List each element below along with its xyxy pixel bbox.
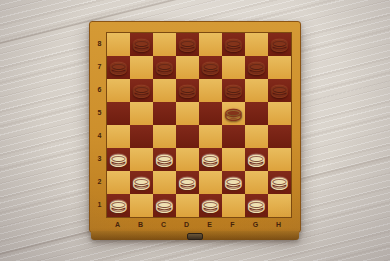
- rank-label-2: 2: [94, 170, 105, 193]
- square-d4[interactable]: [176, 125, 199, 148]
- rank-label-3: 3: [94, 147, 105, 170]
- light-man-c3[interactable]: ⛂: [155, 148, 173, 171]
- dark-man-g7[interactable]: ⛂: [247, 56, 265, 79]
- square-a2[interactable]: [107, 171, 130, 194]
- square-d5[interactable]: [176, 102, 199, 125]
- square-h8[interactable]: ⛂: [268, 33, 291, 56]
- square-f5[interactable]: ⛂: [222, 102, 245, 125]
- square-g3[interactable]: ⛂: [245, 148, 268, 171]
- light-man-b2[interactable]: ⛂: [132, 171, 150, 194]
- light-man-c1[interactable]: ⛂: [155, 194, 173, 217]
- square-d6[interactable]: ⛂: [176, 79, 199, 102]
- square-g2[interactable]: [245, 171, 268, 194]
- square-c1[interactable]: ⛂: [153, 194, 176, 217]
- dark-man-b6[interactable]: ⛂: [132, 79, 150, 102]
- square-f3[interactable]: [222, 148, 245, 171]
- square-c8[interactable]: [153, 33, 176, 56]
- square-e1[interactable]: ⛂: [199, 194, 222, 217]
- rank-label-5: 5: [94, 101, 105, 124]
- square-b3[interactable]: [130, 148, 153, 171]
- square-e8[interactable]: [199, 33, 222, 56]
- square-a4[interactable]: [107, 125, 130, 148]
- file-label-h: H: [267, 219, 290, 230]
- dark-man-c7[interactable]: ⛂: [155, 56, 173, 79]
- square-b7[interactable]: [130, 56, 153, 79]
- square-f4[interactable]: [222, 125, 245, 148]
- square-a8[interactable]: [107, 33, 130, 56]
- dark-man-f8[interactable]: ⛂: [224, 33, 242, 56]
- square-a7[interactable]: ⛂: [107, 56, 130, 79]
- square-g8[interactable]: [245, 33, 268, 56]
- light-man-g1[interactable]: ⛂: [247, 194, 265, 217]
- square-e3[interactable]: ⛂: [199, 148, 222, 171]
- file-label-c: C: [152, 219, 175, 230]
- board-grid: ⛂⛂⛂⛂⛂⛂⛂⛂⛂⛂⛂⛂⛂⛂⛂⛂⛂⛂⛂⛂⛂⛂⛂⛂⛂: [106, 32, 292, 218]
- square-e4[interactable]: [199, 125, 222, 148]
- file-label-e: E: [198, 219, 221, 230]
- rank-label-6: 6: [94, 78, 105, 101]
- square-f8[interactable]: ⛂: [222, 33, 245, 56]
- square-d7[interactable]: [176, 56, 199, 79]
- rank-label-7: 7: [94, 55, 105, 78]
- square-a5[interactable]: [107, 102, 130, 125]
- rank-label-1: 1: [94, 193, 105, 216]
- dark-man-a7[interactable]: ⛂: [109, 56, 127, 79]
- light-man-d2[interactable]: ⛂: [178, 171, 196, 194]
- rank-labels: 87654321: [94, 32, 105, 216]
- square-e7[interactable]: ⛂: [199, 56, 222, 79]
- dark-man-h8[interactable]: ⛂: [270, 33, 288, 56]
- square-h1[interactable]: [268, 194, 291, 217]
- square-c4[interactable]: [153, 125, 176, 148]
- square-h2[interactable]: ⛂: [268, 171, 291, 194]
- light-man-f2[interactable]: ⛂: [224, 171, 242, 194]
- dark-man-b8[interactable]: ⛂: [132, 33, 150, 56]
- rank-label-8: 8: [94, 32, 105, 55]
- file-label-a: A: [106, 219, 129, 230]
- file-label-g: G: [244, 219, 267, 230]
- square-g5[interactable]: [245, 102, 268, 125]
- square-f6[interactable]: ⛂: [222, 79, 245, 102]
- square-b2[interactable]: ⛂: [130, 171, 153, 194]
- file-label-f: F: [221, 219, 244, 230]
- square-g1[interactable]: ⛂: [245, 194, 268, 217]
- square-f1[interactable]: [222, 194, 245, 217]
- square-b1[interactable]: [130, 194, 153, 217]
- square-b4[interactable]: [130, 125, 153, 148]
- square-a6[interactable]: [107, 79, 130, 102]
- board-box-side: [91, 231, 299, 240]
- light-man-h2[interactable]: ⛂: [270, 171, 288, 194]
- square-d3[interactable]: [176, 148, 199, 171]
- square-h4[interactable]: [268, 125, 291, 148]
- file-label-d: D: [175, 219, 198, 230]
- square-c5[interactable]: [153, 102, 176, 125]
- file-labels: ABCDEFGH: [106, 219, 290, 230]
- square-g4[interactable]: [245, 125, 268, 148]
- square-d2[interactable]: ⛂: [176, 171, 199, 194]
- square-b6[interactable]: ⛂: [130, 79, 153, 102]
- checkers-board: 87654321 ABCDEFGH ⛂⛂⛂⛂⛂⛂⛂⛂⛂⛂⛂⛂⛂⛂⛂⛂⛂⛂⛂⛂⛂⛂…: [89, 21, 301, 233]
- clasp-latch: [187, 233, 203, 240]
- square-b5[interactable]: [130, 102, 153, 125]
- rank-label-4: 4: [94, 124, 105, 147]
- square-a1[interactable]: ⛂: [107, 194, 130, 217]
- square-h6[interactable]: ⛂: [268, 79, 291, 102]
- square-d8[interactable]: ⛂: [176, 33, 199, 56]
- dark-man-f5[interactable]: ⛂: [224, 102, 242, 125]
- light-man-a1[interactable]: ⛂: [109, 194, 127, 217]
- square-d1[interactable]: [176, 194, 199, 217]
- square-c3[interactable]: ⛂: [153, 148, 176, 171]
- square-b8[interactable]: ⛂: [130, 33, 153, 56]
- light-man-a3[interactable]: ⛂: [109, 148, 127, 171]
- square-e2[interactable]: [199, 171, 222, 194]
- square-g7[interactable]: ⛂: [245, 56, 268, 79]
- square-e6[interactable]: [199, 79, 222, 102]
- square-g6[interactable]: [245, 79, 268, 102]
- light-man-g3[interactable]: ⛂: [247, 148, 265, 171]
- scene: 87654321 ABCDEFGH ⛂⛂⛂⛂⛂⛂⛂⛂⛂⛂⛂⛂⛂⛂⛂⛂⛂⛂⛂⛂⛂⛂…: [0, 0, 390, 261]
- file-label-b: B: [129, 219, 152, 230]
- light-man-e3[interactable]: ⛂: [201, 148, 219, 171]
- square-h5[interactable]: [268, 102, 291, 125]
- square-h3[interactable]: [268, 148, 291, 171]
- square-f2[interactable]: ⛂: [222, 171, 245, 194]
- square-c6[interactable]: [153, 79, 176, 102]
- dark-man-d8[interactable]: ⛂: [178, 33, 196, 56]
- square-h7[interactable]: [268, 56, 291, 79]
- square-c7[interactable]: ⛂: [153, 56, 176, 79]
- square-c2[interactable]: [153, 171, 176, 194]
- square-a3[interactable]: ⛂: [107, 148, 130, 171]
- dark-man-e7[interactable]: ⛂: [201, 56, 219, 79]
- square-e5[interactable]: [199, 102, 222, 125]
- dark-man-h6[interactable]: ⛂: [270, 79, 288, 102]
- square-f7[interactable]: [222, 56, 245, 79]
- dark-man-f6[interactable]: ⛂: [224, 79, 242, 102]
- light-man-e1[interactable]: ⛂: [201, 194, 219, 217]
- dark-man-d6[interactable]: ⛂: [178, 79, 196, 102]
